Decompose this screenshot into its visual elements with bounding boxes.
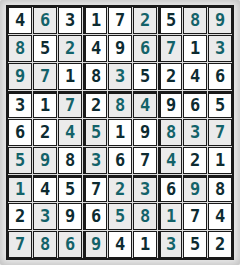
cell-r5c1[interactable]: 6: [8, 119, 32, 146]
cell-r8c3[interactable]: 9: [58, 203, 82, 230]
cell-r2c4[interactable]: 4: [83, 35, 107, 62]
cell-r9c1[interactable]: 7: [8, 231, 32, 258]
cell-r1c5[interactable]: 7: [108, 7, 132, 34]
cell-r1c8[interactable]: 8: [183, 7, 207, 34]
cell-r4c9[interactable]: 5: [208, 91, 232, 118]
cell-r7c8[interactable]: 9: [183, 175, 207, 202]
cell-r5c6[interactable]: 9: [133, 119, 157, 146]
cell-r4c7[interactable]: 9: [158, 91, 182, 118]
cell-r1c4[interactable]: 1: [83, 7, 107, 34]
cell-r2c6[interactable]: 6: [133, 35, 157, 62]
cell-r3c3[interactable]: 1: [58, 63, 82, 90]
cell-r1c9[interactable]: 9: [208, 7, 232, 34]
cell-r4c3[interactable]: 7: [58, 91, 82, 118]
cell-r9c5[interactable]: 4: [108, 231, 132, 258]
cell-r6c7[interactable]: 4: [158, 147, 182, 174]
cell-r1c7[interactable]: 5: [158, 7, 182, 34]
cell-r1c2[interactable]: 6: [33, 7, 57, 34]
cell-r7c1[interactable]: 1: [8, 175, 32, 202]
cell-r6c8[interactable]: 2: [183, 147, 207, 174]
cell-r7c7[interactable]: 6: [158, 175, 182, 202]
cell-r2c9[interactable]: 3: [208, 35, 232, 62]
cell-r7c4[interactable]: 7: [83, 175, 107, 202]
cell-r2c8[interactable]: 1: [183, 35, 207, 62]
cell-r7c9[interactable]: 8: [208, 175, 232, 202]
cell-r5c9[interactable]: 7: [208, 119, 232, 146]
cell-r9c8[interactable]: 5: [183, 231, 207, 258]
cell-r8c2[interactable]: 3: [33, 203, 57, 230]
cell-r8c4[interactable]: 6: [83, 203, 107, 230]
sudoku-page: 4631725898524967139718352463172849656245…: [0, 0, 240, 265]
cell-r1c1[interactable]: 4: [8, 7, 32, 34]
cell-r2c2[interactable]: 5: [33, 35, 57, 62]
cell-r1c6[interactable]: 2: [133, 7, 157, 34]
cell-r4c1[interactable]: 3: [8, 91, 32, 118]
cell-r6c5[interactable]: 6: [108, 147, 132, 174]
cell-r5c8[interactable]: 3: [183, 119, 207, 146]
cell-r6c3[interactable]: 8: [58, 147, 82, 174]
cell-r3c7[interactable]: 2: [158, 63, 182, 90]
cell-r8c7[interactable]: 1: [158, 203, 182, 230]
cell-r7c3[interactable]: 5: [58, 175, 82, 202]
cell-r8c5[interactable]: 5: [108, 203, 132, 230]
cell-r2c7[interactable]: 7: [158, 35, 182, 62]
cell-r3c2[interactable]: 7: [33, 63, 57, 90]
cell-r2c1[interactable]: 8: [8, 35, 32, 62]
cell-r5c3[interactable]: 4: [58, 119, 82, 146]
cell-r4c4[interactable]: 2: [83, 91, 107, 118]
cell-r2c3[interactable]: 2: [58, 35, 82, 62]
cell-r6c9[interactable]: 1: [208, 147, 232, 174]
sudoku-board: 4631725898524967139718352463172849656245…: [6, 5, 234, 260]
cell-r9c6[interactable]: 1: [133, 231, 157, 258]
cell-r4c8[interactable]: 6: [183, 91, 207, 118]
cell-r1c3[interactable]: 3: [58, 7, 82, 34]
cell-r3c6[interactable]: 5: [133, 63, 157, 90]
cell-r7c2[interactable]: 4: [33, 175, 57, 202]
cell-r8c6[interactable]: 8: [133, 203, 157, 230]
cell-r8c8[interactable]: 7: [183, 203, 207, 230]
cell-r4c6[interactable]: 4: [133, 91, 157, 118]
cell-r6c6[interactable]: 7: [133, 147, 157, 174]
cell-r8c9[interactable]: 4: [208, 203, 232, 230]
cell-r5c5[interactable]: 1: [108, 119, 132, 146]
cell-r4c5[interactable]: 8: [108, 91, 132, 118]
cell-r2c5[interactable]: 9: [108, 35, 132, 62]
cell-r7c5[interactable]: 2: [108, 175, 132, 202]
cell-r5c7[interactable]: 8: [158, 119, 182, 146]
cell-r6c4[interactable]: 3: [83, 147, 107, 174]
cell-r3c9[interactable]: 6: [208, 63, 232, 90]
cell-r6c2[interactable]: 9: [33, 147, 57, 174]
cell-r3c5[interactable]: 3: [108, 63, 132, 90]
cell-r4c2[interactable]: 1: [33, 91, 57, 118]
cell-r3c8[interactable]: 4: [183, 63, 207, 90]
cell-r9c7[interactable]: 3: [158, 231, 182, 258]
cell-r6c1[interactable]: 5: [8, 147, 32, 174]
cell-r5c2[interactable]: 2: [33, 119, 57, 146]
cell-r9c3[interactable]: 6: [58, 231, 82, 258]
cell-r5c4[interactable]: 5: [83, 119, 107, 146]
cell-r3c1[interactable]: 9: [8, 63, 32, 90]
cell-r9c9[interactable]: 2: [208, 231, 232, 258]
cell-r9c2[interactable]: 8: [33, 231, 57, 258]
cell-r3c4[interactable]: 8: [83, 63, 107, 90]
cell-r7c6[interactable]: 3: [133, 175, 157, 202]
cell-r8c1[interactable]: 2: [8, 203, 32, 230]
cell-r9c4[interactable]: 9: [83, 231, 107, 258]
